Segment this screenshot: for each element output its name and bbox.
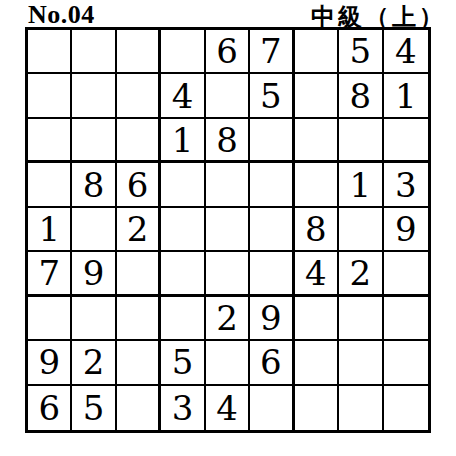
cell-r5c3[interactable]: 2 xyxy=(117,208,161,252)
cell-r6c1[interactable]: 7 xyxy=(28,252,72,296)
cell-r6c3[interactable] xyxy=(117,252,161,296)
cell-r6c6[interactable] xyxy=(250,252,294,296)
cell-r2c1[interactable] xyxy=(28,74,72,118)
cell-r4c8[interactable]: 1 xyxy=(339,163,383,207)
cell-r3c8[interactable] xyxy=(339,119,383,163)
cell-r4c1[interactable] xyxy=(28,163,72,207)
cell-r3c3[interactable] xyxy=(117,119,161,163)
cell-r4c2[interactable]: 8 xyxy=(72,163,116,207)
cell-r5c7[interactable]: 8 xyxy=(295,208,339,252)
cell-r3c1[interactable] xyxy=(28,119,72,163)
cell-r3c5[interactable]: 8 xyxy=(206,119,250,163)
cell-r8c2[interactable]: 2 xyxy=(72,341,116,385)
cell-r3c9[interactable] xyxy=(384,119,428,163)
cell-r1c4[interactable] xyxy=(161,30,205,74)
cell-r4c3[interactable]: 6 xyxy=(117,163,161,207)
cell-r6c7[interactable]: 4 xyxy=(295,252,339,296)
cell-r7c1[interactable] xyxy=(28,297,72,341)
cell-r7c3[interactable] xyxy=(117,297,161,341)
cell-r8c8[interactable] xyxy=(339,341,383,385)
cell-r3c6[interactable] xyxy=(250,119,294,163)
cell-r1c2[interactable] xyxy=(72,30,116,74)
cell-r7c5[interactable]: 2 xyxy=(206,297,250,341)
cell-r7c2[interactable] xyxy=(72,297,116,341)
cell-r2c8[interactable]: 8 xyxy=(339,74,383,118)
cell-r2c6[interactable]: 5 xyxy=(250,74,294,118)
cell-r9c5[interactable]: 4 xyxy=(206,386,250,430)
cell-r9c4[interactable]: 3 xyxy=(161,386,205,430)
cell-r7c4[interactable] xyxy=(161,297,205,341)
cell-r8c4[interactable]: 5 xyxy=(161,341,205,385)
cell-r2c3[interactable] xyxy=(117,74,161,118)
cell-r4c5[interactable] xyxy=(206,163,250,207)
cell-r4c9[interactable]: 3 xyxy=(384,163,428,207)
cell-r3c2[interactable] xyxy=(72,119,116,163)
cell-r9c1[interactable]: 6 xyxy=(28,386,72,430)
cell-r7c8[interactable] xyxy=(339,297,383,341)
cell-r3c7[interactable] xyxy=(295,119,339,163)
cell-r5c8[interactable] xyxy=(339,208,383,252)
cell-r4c4[interactable] xyxy=(161,163,205,207)
cell-r8c6[interactable]: 6 xyxy=(250,341,294,385)
cell-r1c8[interactable]: 5 xyxy=(339,30,383,74)
cell-r2c2[interactable] xyxy=(72,74,116,118)
cell-r2c4[interactable]: 4 xyxy=(161,74,205,118)
cell-r2c7[interactable] xyxy=(295,74,339,118)
cell-r9c8[interactable] xyxy=(339,386,383,430)
cell-r6c5[interactable] xyxy=(206,252,250,296)
sudoku-page: No.04 中級（上） 6754458118861312897942299256… xyxy=(0,0,456,456)
cell-r9c9[interactable] xyxy=(384,386,428,430)
cell-r1c1[interactable] xyxy=(28,30,72,74)
cell-r4c7[interactable] xyxy=(295,163,339,207)
cell-r1c5[interactable]: 6 xyxy=(206,30,250,74)
cell-r1c9[interactable]: 4 xyxy=(384,30,428,74)
cell-r7c9[interactable] xyxy=(384,297,428,341)
cell-r9c7[interactable] xyxy=(295,386,339,430)
cell-r2c9[interactable]: 1 xyxy=(384,74,428,118)
cell-r5c1[interactable]: 1 xyxy=(28,208,72,252)
cell-r8c1[interactable]: 9 xyxy=(28,341,72,385)
cell-r5c9[interactable]: 9 xyxy=(384,208,428,252)
cell-r5c5[interactable] xyxy=(206,208,250,252)
cell-r6c8[interactable]: 2 xyxy=(339,252,383,296)
cell-r5c6[interactable] xyxy=(250,208,294,252)
cell-r2c5[interactable] xyxy=(206,74,250,118)
cell-r5c4[interactable] xyxy=(161,208,205,252)
cell-r6c2[interactable]: 9 xyxy=(72,252,116,296)
cell-r8c3[interactable] xyxy=(117,341,161,385)
cell-r8c9[interactable] xyxy=(384,341,428,385)
cell-r6c4[interactable] xyxy=(161,252,205,296)
puzzle-number-label: No.04 xyxy=(28,0,95,30)
cell-r7c6[interactable]: 9 xyxy=(250,297,294,341)
cell-r6c9[interactable] xyxy=(384,252,428,296)
cell-r1c3[interactable] xyxy=(117,30,161,74)
cell-r9c6[interactable] xyxy=(250,386,294,430)
cell-r5c2[interactable] xyxy=(72,208,116,252)
cell-r3c4[interactable]: 1 xyxy=(161,119,205,163)
cell-r7c7[interactable] xyxy=(295,297,339,341)
cell-r8c5[interactable] xyxy=(206,341,250,385)
cell-r4c6[interactable] xyxy=(250,163,294,207)
cell-r1c7[interactable] xyxy=(295,30,339,74)
cell-r9c3[interactable] xyxy=(117,386,161,430)
cell-r9c2[interactable]: 5 xyxy=(72,386,116,430)
sudoku-board: 67544581188613128979422992566534 xyxy=(25,27,431,433)
cell-r1c6[interactable]: 7 xyxy=(250,30,294,74)
cell-r8c7[interactable] xyxy=(295,341,339,385)
